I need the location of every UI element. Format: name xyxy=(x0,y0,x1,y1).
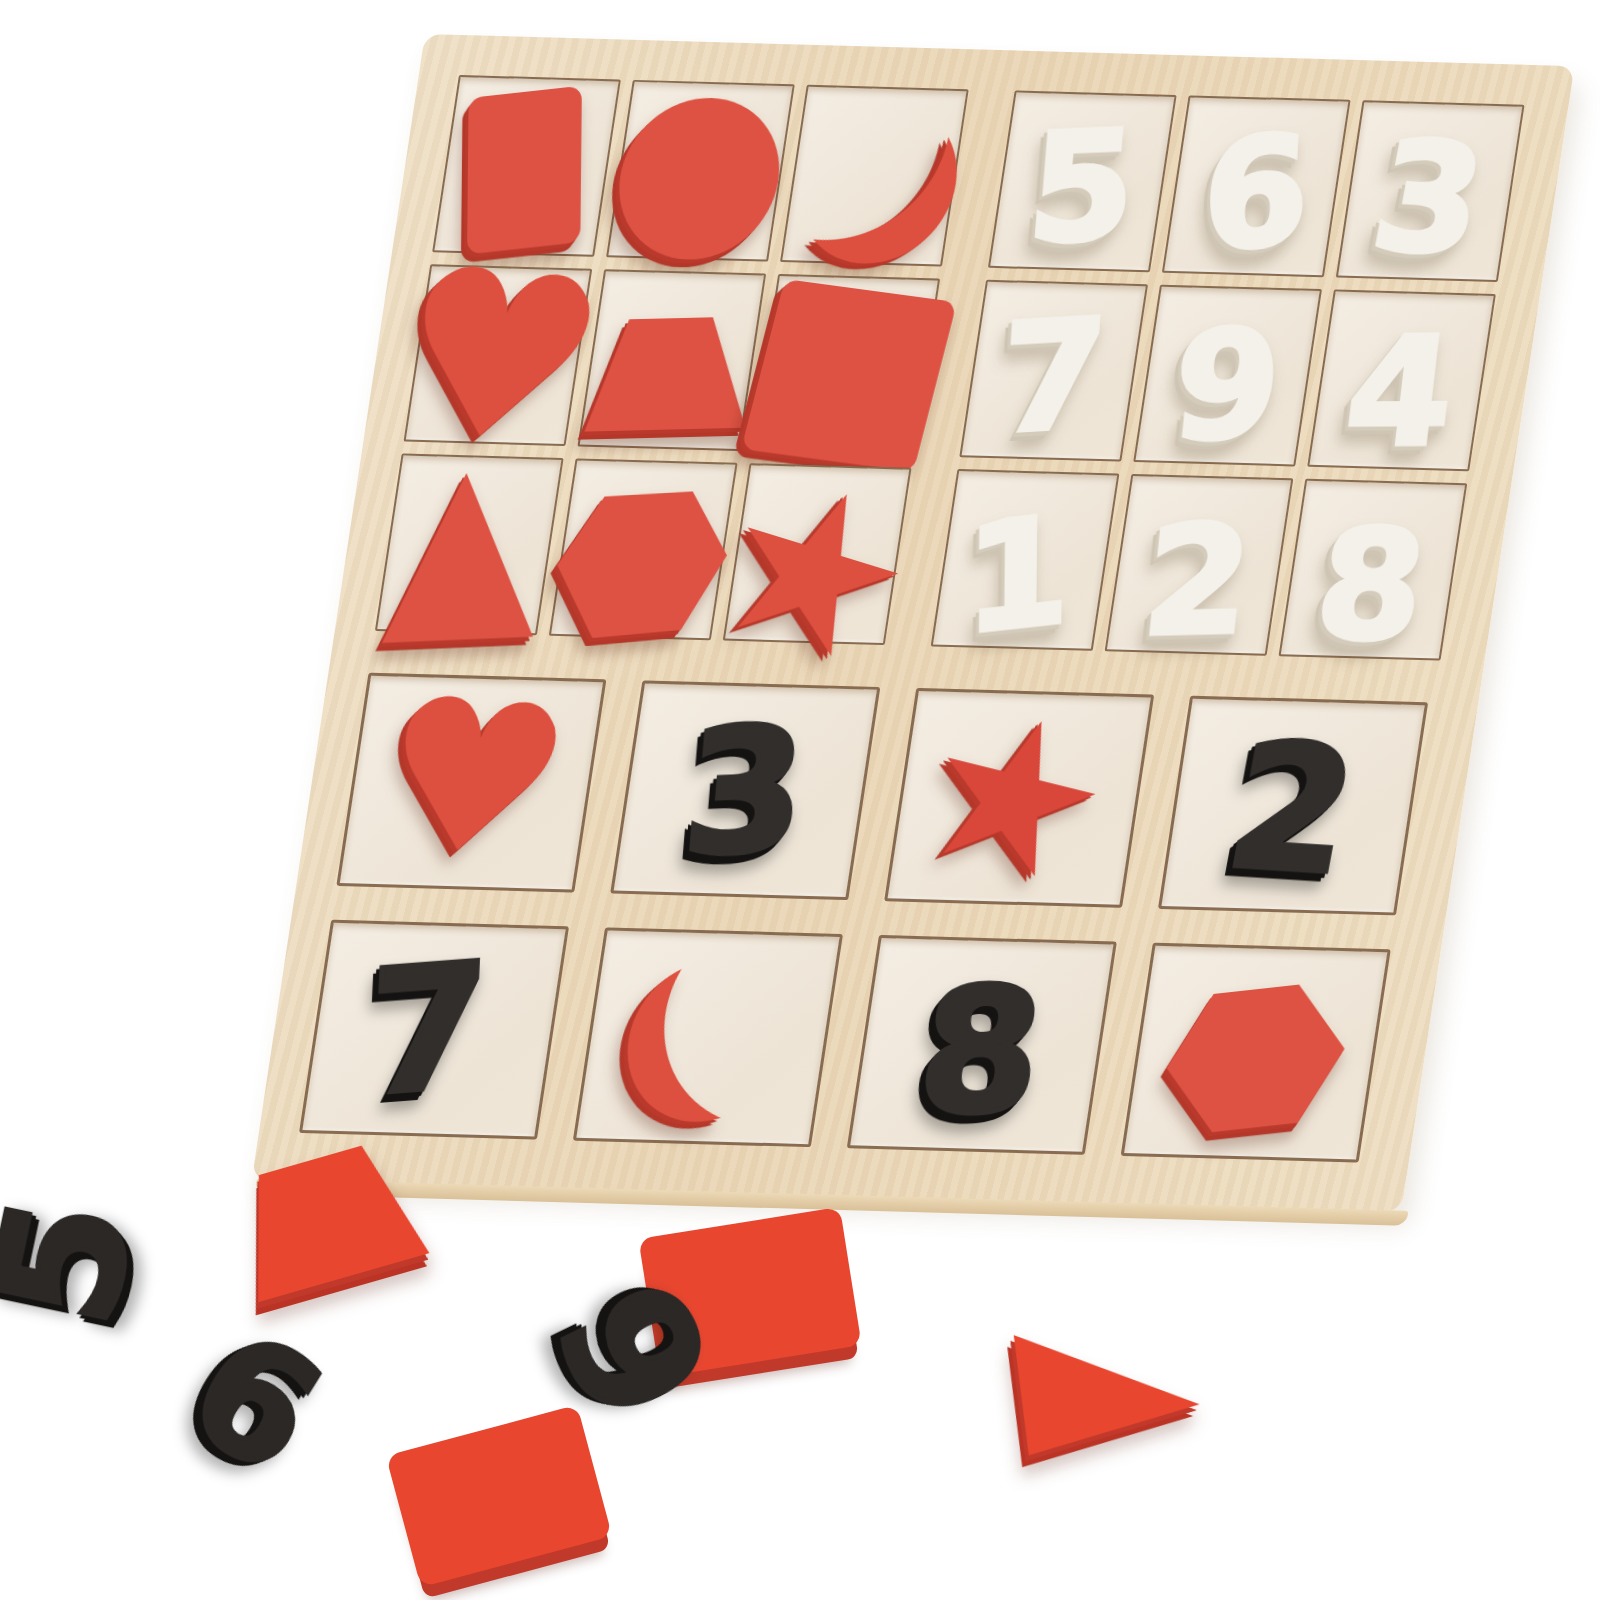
piece-number-8-black[interactable]: 8 xyxy=(912,974,1051,1133)
cell-match-hexagon xyxy=(1121,943,1391,1163)
piece-triangle-red[interactable] xyxy=(382,470,547,644)
piece-number-3-black[interactable]: 3 xyxy=(678,711,811,874)
piece-crescent-red[interactable] xyxy=(772,83,984,284)
piece-number-5-white[interactable]: 5 xyxy=(1024,117,1140,259)
piece-crescent-red-2[interactable] xyxy=(608,949,806,1134)
cell-number-7: 7 xyxy=(959,280,1148,462)
cell-number-2: 2 xyxy=(1105,474,1294,656)
piece-number-7-white[interactable]: 7 xyxy=(996,305,1110,448)
piece-number-8-white[interactable]: 8 xyxy=(1309,516,1432,655)
loose-number-5-black[interactable]: 5 xyxy=(0,1186,154,1336)
cell-number-3: 3 xyxy=(1336,100,1525,282)
cell-match-star: ★ xyxy=(884,688,1154,908)
loose-triangle-red[interactable] xyxy=(1006,1319,1203,1462)
piece-number-7-black[interactable]: 7 xyxy=(364,947,492,1113)
cell-number-5: 5 xyxy=(988,90,1177,272)
puzzle-board: ♥ xyxy=(252,34,1575,1212)
cell-number-4: 4 xyxy=(1307,289,1496,471)
piece-heart-red-2[interactable]: ♥ xyxy=(359,668,586,890)
piece-number-3-white[interactable]: 3 xyxy=(1364,127,1493,271)
cell-shape-crescent xyxy=(780,85,969,267)
cell-number-6: 6 xyxy=(1162,95,1351,277)
top-section: ♥ xyxy=(375,75,1529,661)
cell-match-3: 3 xyxy=(610,680,880,900)
cell-number-9: 9 xyxy=(1133,285,1322,467)
loose-number-6-black[interactable]: 6 xyxy=(170,1312,340,1494)
piece-star-red-2[interactable]: ★ xyxy=(891,676,1137,916)
piece-number-2-white[interactable]: 2 xyxy=(1138,511,1257,651)
shapes-quadrant: ♥ xyxy=(375,75,969,645)
piece-number-6-white[interactable]: 6 xyxy=(1200,122,1312,267)
cell-match-8: 8 xyxy=(847,935,1117,1155)
piece-circle-red[interactable] xyxy=(608,96,790,262)
cell-shape-circle xyxy=(606,80,795,262)
cell-shape-triangle xyxy=(375,454,564,636)
piece-number-4-white[interactable]: 4 xyxy=(1340,323,1461,461)
cell-match-2: 2 xyxy=(1158,696,1428,916)
piece-number-1-white[interactable]: 1 xyxy=(963,501,1070,649)
piece-number-9-white[interactable]: 9 xyxy=(1167,315,1286,455)
numbers-quadrant: 5 6 3 7 9 xyxy=(931,90,1525,660)
cell-shape-heart: ♥ xyxy=(404,264,593,446)
piece-hexagon-red-2[interactable] xyxy=(1166,973,1345,1143)
matching-section: ♥ 3 ★ 2 7 xyxy=(299,673,1438,1163)
photo-scene: ♥ xyxy=(0,0,1600,1600)
cell-match-crescent xyxy=(573,927,843,1147)
loose-square-red-2[interactable] xyxy=(386,1405,612,1588)
cell-number-1: 1 xyxy=(931,469,1120,651)
cell-match-7: 7 xyxy=(299,920,569,1140)
cell-number-8: 8 xyxy=(1279,479,1468,661)
cell-shape-star: ★ xyxy=(723,463,912,645)
cell-shape-trapezoid xyxy=(577,269,766,451)
piece-number-2-black[interactable]: 2 xyxy=(1218,727,1366,892)
piece-trapezoid-red[interactable] xyxy=(584,316,756,431)
cell-match-heart: ♥ xyxy=(336,673,606,893)
